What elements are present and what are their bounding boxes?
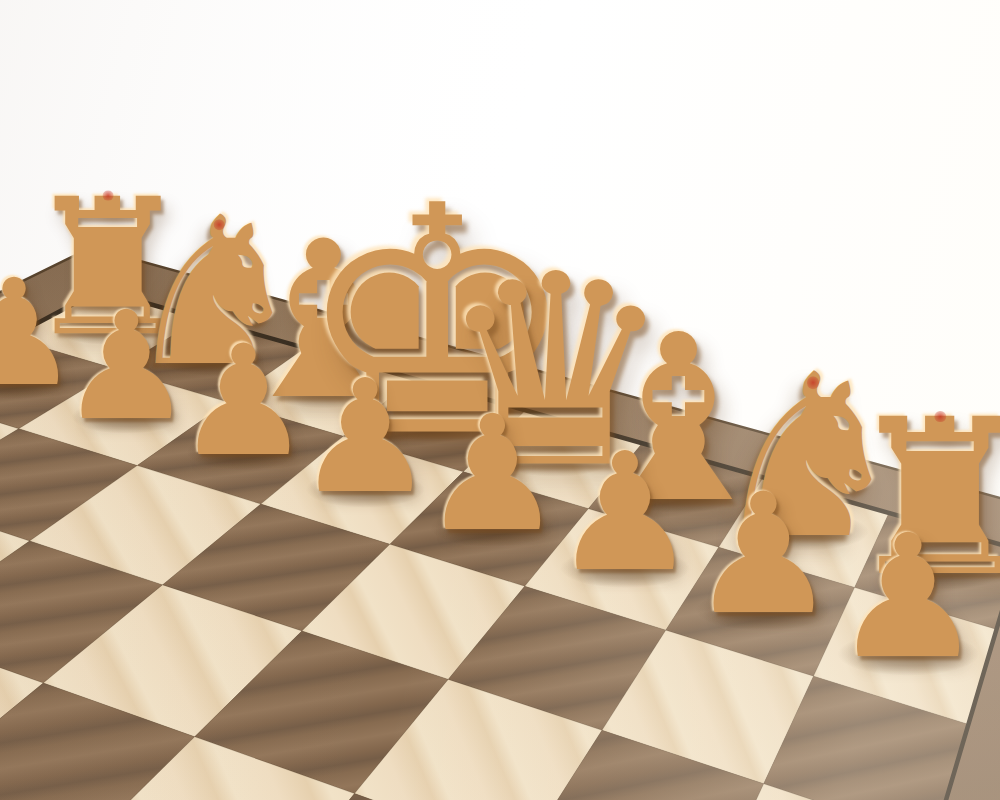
chess-set-product-photo: ♜♞♟♝♟♚♟♛♟♝♟♞♟♜♟♟ xyxy=(0,0,1000,800)
piece-base-shadow xyxy=(619,476,739,513)
piece-base-shadow xyxy=(59,315,158,345)
piece-base-shadow xyxy=(270,376,376,409)
piece-base-shadow xyxy=(162,345,265,377)
piece-base-shadow xyxy=(744,512,868,550)
piece-base-shadow xyxy=(560,548,690,588)
piece-base-shadow xyxy=(875,550,1000,590)
piece-base-shadow xyxy=(430,509,554,547)
piece-base-shadow xyxy=(837,632,979,676)
piece-base-shadow xyxy=(498,441,613,476)
piece-base-shadow xyxy=(382,408,493,442)
piece-base-shadow xyxy=(696,589,831,631)
lighting-sheen xyxy=(0,0,1000,800)
piece-base-shadow xyxy=(306,471,425,508)
piece-base-shadow xyxy=(186,435,300,470)
piece-base-shadow xyxy=(72,400,182,434)
chessboard xyxy=(0,0,1000,800)
